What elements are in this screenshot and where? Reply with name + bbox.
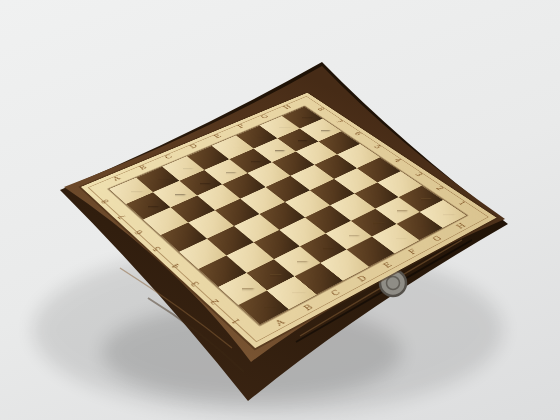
white-rook-glyph: ♜ [225,267,301,312]
black-pawn-glyph: ♟ [114,175,182,209]
rank-label: 5 [372,144,382,149]
rank-label: 3 [190,280,202,287]
board-surface: AABBCCDDEEFFGGHH1122334455667788 ♜♞♝♛♚♝♞… [81,93,497,348]
file-label: B [302,304,314,312]
rank-label: 4 [171,262,182,269]
rank-label: 6 [135,229,146,235]
board-grid: ♜♞♝♛♚♝♞♜♟♟♟♟♟♟♟♟♟♟♟♟♟♟♟♟♜♞♝♛♚♝♞♜ [109,107,466,325]
photo-backdrop: AABBCCDDEEFFGGHH1122334455667788 ♜♞♝♛♚♝♞… [0,0,560,420]
rank-label: 8 [101,198,112,204]
rank-label: 6 [353,131,363,136]
file-label: D [356,275,368,283]
file-label: F [407,248,418,255]
rank-label: 4 [392,158,402,163]
file-label: E [382,262,394,270]
rank-label: 2 [210,298,222,306]
file-label: C [330,289,342,297]
perspective-scene: AABBCCDDEEFFGGHH1122334455667788 ♜♞♝♛♚♝♞… [0,0,560,420]
file-label: A [274,319,286,328]
file-label: G [432,235,444,243]
chess-board: AABBCCDDEEFFGGHH1122334455667788 ♜♞♝♛♚♝♞… [81,93,497,348]
